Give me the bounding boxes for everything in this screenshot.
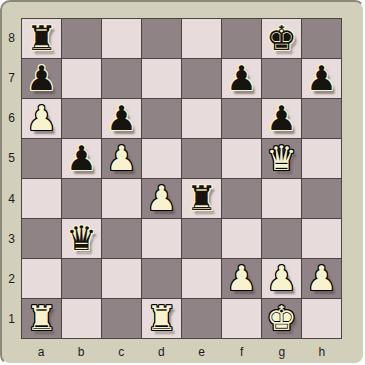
rank-label-8: 8 <box>2 18 21 58</box>
square-c8[interactable] <box>102 19 141 58</box>
rank-label-3: 3 <box>2 219 21 259</box>
square-e7[interactable] <box>182 59 221 98</box>
square-f6[interactable] <box>222 99 261 138</box>
square-b1[interactable] <box>62 299 101 338</box>
square-e5[interactable] <box>182 139 221 178</box>
black-pawn-h7[interactable]: ♟ <box>306 61 336 95</box>
square-a3[interactable] <box>22 219 61 258</box>
square-f4[interactable] <box>222 179 261 218</box>
square-a7[interactable]: ♟ <box>22 59 61 98</box>
black-pawn-a7[interactable]: ♟ <box>26 61 56 95</box>
white-pawn-c5[interactable]: ♟ <box>106 141 136 175</box>
file-label-c: c <box>101 340 141 363</box>
square-b8[interactable] <box>62 19 101 58</box>
square-h6[interactable] <box>302 99 341 138</box>
rank-label-4: 4 <box>2 179 21 219</box>
square-h3[interactable] <box>302 219 341 258</box>
square-d7[interactable] <box>142 59 181 98</box>
black-queen-b3[interactable]: ♛ <box>66 221 96 255</box>
square-b6[interactable] <box>62 99 101 138</box>
square-b3[interactable]: ♛ <box>62 219 101 258</box>
square-f8[interactable] <box>222 19 261 58</box>
square-g6[interactable]: ♟ <box>262 99 301 138</box>
black-rook-a8[interactable]: ♜ <box>26 21 56 55</box>
file-label-e: e <box>182 340 222 363</box>
square-g3[interactable] <box>262 219 301 258</box>
square-e4[interactable]: ♜ <box>182 179 221 218</box>
square-h7[interactable]: ♟ <box>302 59 341 98</box>
square-d8[interactable] <box>142 19 181 58</box>
white-pawn-h2[interactable]: ♟ <box>306 261 336 295</box>
rank-labels: 87654321 <box>2 18 21 339</box>
square-h8[interactable] <box>302 19 341 58</box>
chess-board[interactable]: ♜♚♟♟♟♟♟♟♟♟♛♟♜♛♟♟♟♜♜♚ <box>21 18 342 339</box>
square-d5[interactable] <box>142 139 181 178</box>
board-frame: 87654321 ♜♚♟♟♟♟♟♟♟♟♛♟♜♛♟♟♟♜♜♚ abcdefgh <box>0 0 365 365</box>
white-pawn-g2[interactable]: ♟ <box>266 261 296 295</box>
square-c2[interactable] <box>102 259 141 298</box>
square-g5[interactable]: ♛ <box>262 139 301 178</box>
square-h2[interactable]: ♟ <box>302 259 341 298</box>
file-labels: abcdefgh <box>21 340 342 363</box>
square-f2[interactable]: ♟ <box>222 259 261 298</box>
square-c7[interactable] <box>102 59 141 98</box>
square-e8[interactable] <box>182 19 221 58</box>
square-g4[interactable] <box>262 179 301 218</box>
square-a5[interactable] <box>22 139 61 178</box>
file-label-a: a <box>21 340 61 363</box>
square-h4[interactable] <box>302 179 341 218</box>
black-pawn-g6[interactable]: ♟ <box>266 101 296 135</box>
square-f1[interactable] <box>222 299 261 338</box>
square-g7[interactable] <box>262 59 301 98</box>
rank-label-2: 2 <box>2 259 21 299</box>
white-pawn-f2[interactable]: ♟ <box>226 261 256 295</box>
square-e3[interactable] <box>182 219 221 258</box>
black-king-g8[interactable]: ♚ <box>266 21 296 55</box>
square-g2[interactable]: ♟ <box>262 259 301 298</box>
square-a8[interactable]: ♜ <box>22 19 61 58</box>
square-g1[interactable]: ♚ <box>262 299 301 338</box>
square-h5[interactable] <box>302 139 341 178</box>
square-b7[interactable] <box>62 59 101 98</box>
square-d3[interactable] <box>142 219 181 258</box>
white-king-g1[interactable]: ♚ <box>266 301 296 335</box>
black-pawn-b5[interactable]: ♟ <box>66 141 96 175</box>
square-a2[interactable] <box>22 259 61 298</box>
square-f7[interactable]: ♟ <box>222 59 261 98</box>
black-rook-e4[interactable]: ♜ <box>186 181 216 215</box>
file-label-b: b <box>61 340 101 363</box>
square-c1[interactable] <box>102 299 141 338</box>
white-pawn-d4[interactable]: ♟ <box>146 181 176 215</box>
square-d1[interactable]: ♜ <box>142 299 181 338</box>
white-rook-d1[interactable]: ♜ <box>146 301 176 335</box>
file-label-f: f <box>222 340 262 363</box>
black-pawn-f7[interactable]: ♟ <box>226 61 256 95</box>
white-pawn-a6[interactable]: ♟ <box>26 101 56 135</box>
square-c3[interactable] <box>102 219 141 258</box>
square-c4[interactable] <box>102 179 141 218</box>
square-h1[interactable] <box>302 299 341 338</box>
file-label-d: d <box>141 340 181 363</box>
square-d2[interactable] <box>142 259 181 298</box>
square-d6[interactable] <box>142 99 181 138</box>
square-e1[interactable] <box>182 299 221 338</box>
black-pawn-c6[interactable]: ♟ <box>106 101 136 135</box>
rank-label-5: 5 <box>2 138 21 178</box>
square-a1[interactable]: ♜ <box>22 299 61 338</box>
square-b5[interactable]: ♟ <box>62 139 101 178</box>
white-rook-a1[interactable]: ♜ <box>26 301 56 335</box>
square-a4[interactable] <box>22 179 61 218</box>
square-f3[interactable] <box>222 219 261 258</box>
white-queen-g5[interactable]: ♛ <box>266 141 296 175</box>
square-d4[interactable]: ♟ <box>142 179 181 218</box>
square-b2[interactable] <box>62 259 101 298</box>
square-b4[interactable] <box>62 179 101 218</box>
rank-label-1: 1 <box>2 299 21 339</box>
square-a6[interactable]: ♟ <box>22 99 61 138</box>
square-c6[interactable]: ♟ <box>102 99 141 138</box>
square-c5[interactable]: ♟ <box>102 139 141 178</box>
rank-label-7: 7 <box>2 58 21 98</box>
rank-label-6: 6 <box>2 98 21 138</box>
square-g8[interactable]: ♚ <box>262 19 301 58</box>
square-f5[interactable] <box>222 139 261 178</box>
file-label-g: g <box>262 340 302 363</box>
file-label-h: h <box>302 340 342 363</box>
square-e6[interactable] <box>182 99 221 138</box>
square-e2[interactable] <box>182 259 221 298</box>
